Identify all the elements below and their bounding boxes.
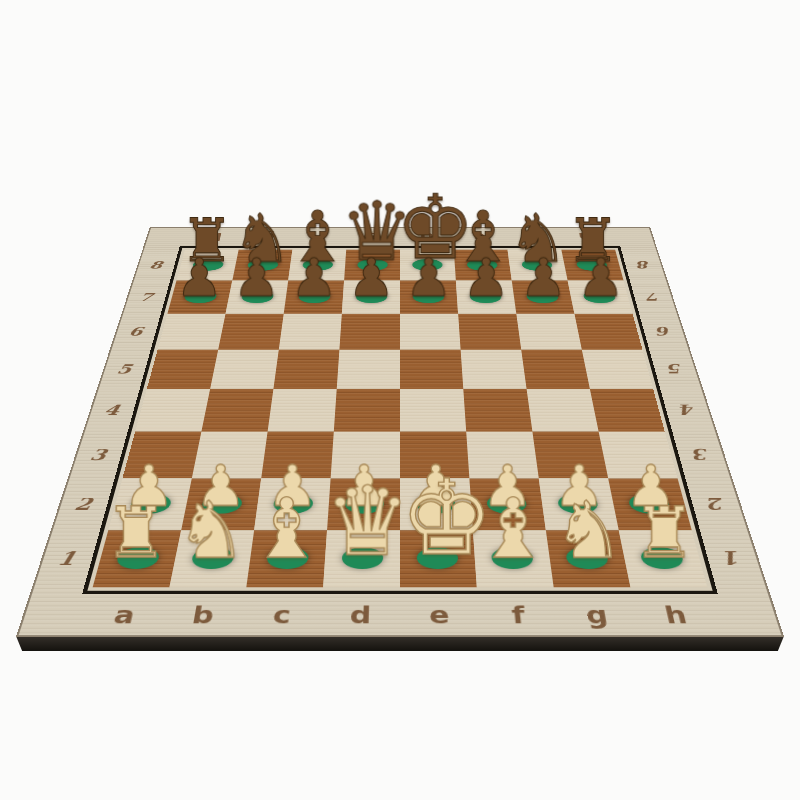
square-a4 xyxy=(135,389,210,432)
piece-white-queen: ♛ xyxy=(325,476,400,567)
file-label-a: a xyxy=(79,594,168,637)
square-e4 xyxy=(400,389,466,432)
square-b7: ♟ xyxy=(226,280,289,313)
file-label-c: c xyxy=(240,594,323,637)
square-d1: ♛ xyxy=(323,530,400,587)
file-label-b: b xyxy=(159,594,245,637)
rank-label-6: 6 xyxy=(110,314,161,350)
square-g5 xyxy=(521,350,590,389)
piece-white-knight: ♞ xyxy=(551,493,626,568)
piece-black-pawn: ♟ xyxy=(567,252,634,302)
file-labels-bottom: abcdefgh xyxy=(79,594,721,637)
piece-white-bishop: ♝ xyxy=(475,488,550,567)
square-h4 xyxy=(590,389,665,432)
square-a1: ♜ xyxy=(93,530,182,587)
board-border: abcdefgh abcdefgh 87654321 12345678 ♜♞♝♛… xyxy=(16,227,784,637)
square-d4 xyxy=(334,389,400,432)
square-g1: ♞ xyxy=(546,530,631,587)
board-front-edge xyxy=(16,636,784,651)
square-g6 xyxy=(516,314,582,350)
piece-white-rook: ♜ xyxy=(98,501,173,568)
square-e7: ♟ xyxy=(400,280,458,313)
square-h5 xyxy=(582,350,653,389)
chessboard: abcdefgh abcdefgh 87654321 12345678 ♜♞♝♛… xyxy=(16,227,784,637)
square-c1: ♝ xyxy=(246,530,327,587)
board-grid: ♜♞♝♛♚♝♞♜♟♟♟♟♟♟♟♟♟♟♟♟♟♟♟♟♜♞♝♛♚♝♞♜ xyxy=(93,250,708,588)
square-f4 xyxy=(463,389,532,432)
square-b6 xyxy=(218,314,284,350)
file-label-h: h xyxy=(632,594,721,637)
piece-white-knight: ♞ xyxy=(174,493,249,568)
square-b1: ♞ xyxy=(169,530,254,587)
square-d6 xyxy=(339,314,400,350)
square-f1: ♝ xyxy=(473,530,554,587)
square-c6 xyxy=(279,314,342,350)
square-f5 xyxy=(461,350,527,389)
file-label-e: e xyxy=(400,594,480,637)
file-label-g: g xyxy=(555,594,641,637)
square-h6 xyxy=(574,314,642,350)
square-c5 xyxy=(273,350,339,389)
square-g7: ♟ xyxy=(512,280,575,313)
square-e6 xyxy=(400,314,461,350)
chess-set-photo: abcdefgh abcdefgh 87654321 12345678 ♜♞♝♛… xyxy=(0,0,800,800)
square-d5 xyxy=(337,350,400,389)
square-h1: ♜ xyxy=(619,530,708,587)
square-b5 xyxy=(210,350,279,389)
playing-area: ♜♞♝♛♚♝♞♜♟♟♟♟♟♟♟♟♟♟♟♟♟♟♟♟♜♞♝♛♚♝♞♜ xyxy=(82,246,718,594)
file-label-f: f xyxy=(477,594,560,637)
piece-white-bishop: ♝ xyxy=(249,488,324,567)
square-f7: ♟ xyxy=(456,280,516,313)
square-c7: ♟ xyxy=(284,280,344,313)
square-e5 xyxy=(400,350,463,389)
square-e1: ♚ xyxy=(400,530,477,587)
square-d7: ♟ xyxy=(342,280,400,313)
square-c4 xyxy=(268,389,337,432)
square-g4 xyxy=(527,389,599,432)
piece-white-rook: ♜ xyxy=(626,501,701,568)
square-b4 xyxy=(201,389,273,432)
file-label-d: d xyxy=(320,594,400,637)
square-a6 xyxy=(158,314,226,350)
rank-label-right-6: 6 xyxy=(639,314,690,350)
square-h7: ♟ xyxy=(568,280,633,313)
piece-white-king: ♚ xyxy=(400,468,475,567)
square-f6 xyxy=(458,314,521,350)
square-a5 xyxy=(147,350,218,389)
